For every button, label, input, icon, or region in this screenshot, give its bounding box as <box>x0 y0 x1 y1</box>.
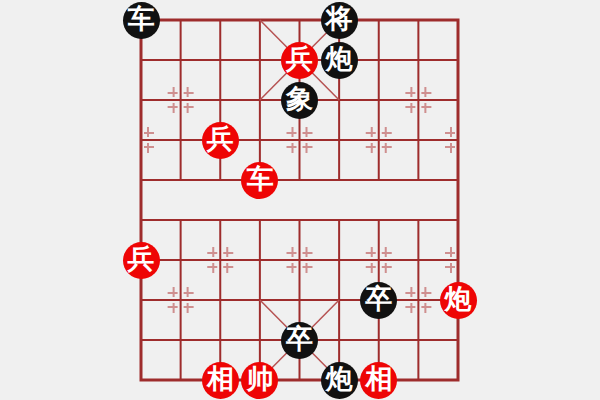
piece-label: 帅 <box>246 366 273 393</box>
piece-red-cannon[interactable]: 炮 <box>440 282 477 319</box>
piece-black-cannon[interactable]: 炮 <box>321 362 358 399</box>
piece-red-elephant[interactable]: 相 <box>360 362 397 399</box>
piece-red-soldier[interactable]: 兵 <box>123 242 160 279</box>
piece-black-elephant[interactable]: 象 <box>281 82 318 119</box>
piece-label: 车 <box>128 6 155 33</box>
piece-label: 车 <box>246 166 273 193</box>
piece-red-elephant[interactable]: 相 <box>202 362 239 399</box>
xiangqi-screenshot: 车将兵炮象兵车兵卒炮卒相帅炮相 <box>0 0 600 400</box>
piece-red-soldier[interactable]: 兵 <box>281 42 318 79</box>
piece-label: 卒 <box>365 286 392 313</box>
piece-red-chariot[interactable]: 车 <box>241 162 278 199</box>
piece-black-soldier[interactable]: 卒 <box>360 282 397 319</box>
piece-label: 炮 <box>445 286 472 313</box>
xiangqi-pieces-layer: 车将兵炮象兵车兵卒炮卒相帅炮相 <box>121 0 478 400</box>
piece-red-general[interactable]: 帅 <box>241 362 278 399</box>
piece-label: 炮 <box>326 46 353 73</box>
piece-label: 相 <box>207 366 234 393</box>
piece-label: 象 <box>286 86 313 113</box>
piece-red-soldier[interactable]: 兵 <box>202 122 239 159</box>
piece-label: 兵 <box>128 246 155 273</box>
piece-black-cannon[interactable]: 炮 <box>321 42 358 79</box>
piece-label: 卒 <box>286 326 313 353</box>
piece-black-chariot[interactable]: 车 <box>123 2 160 39</box>
piece-black-general[interactable]: 将 <box>321 2 358 39</box>
piece-label: 炮 <box>326 366 353 393</box>
piece-label: 相 <box>365 366 392 393</box>
piece-label: 兵 <box>207 126 234 153</box>
piece-label: 将 <box>326 6 353 33</box>
piece-black-soldier[interactable]: 卒 <box>281 322 318 359</box>
piece-label: 兵 <box>286 46 313 73</box>
